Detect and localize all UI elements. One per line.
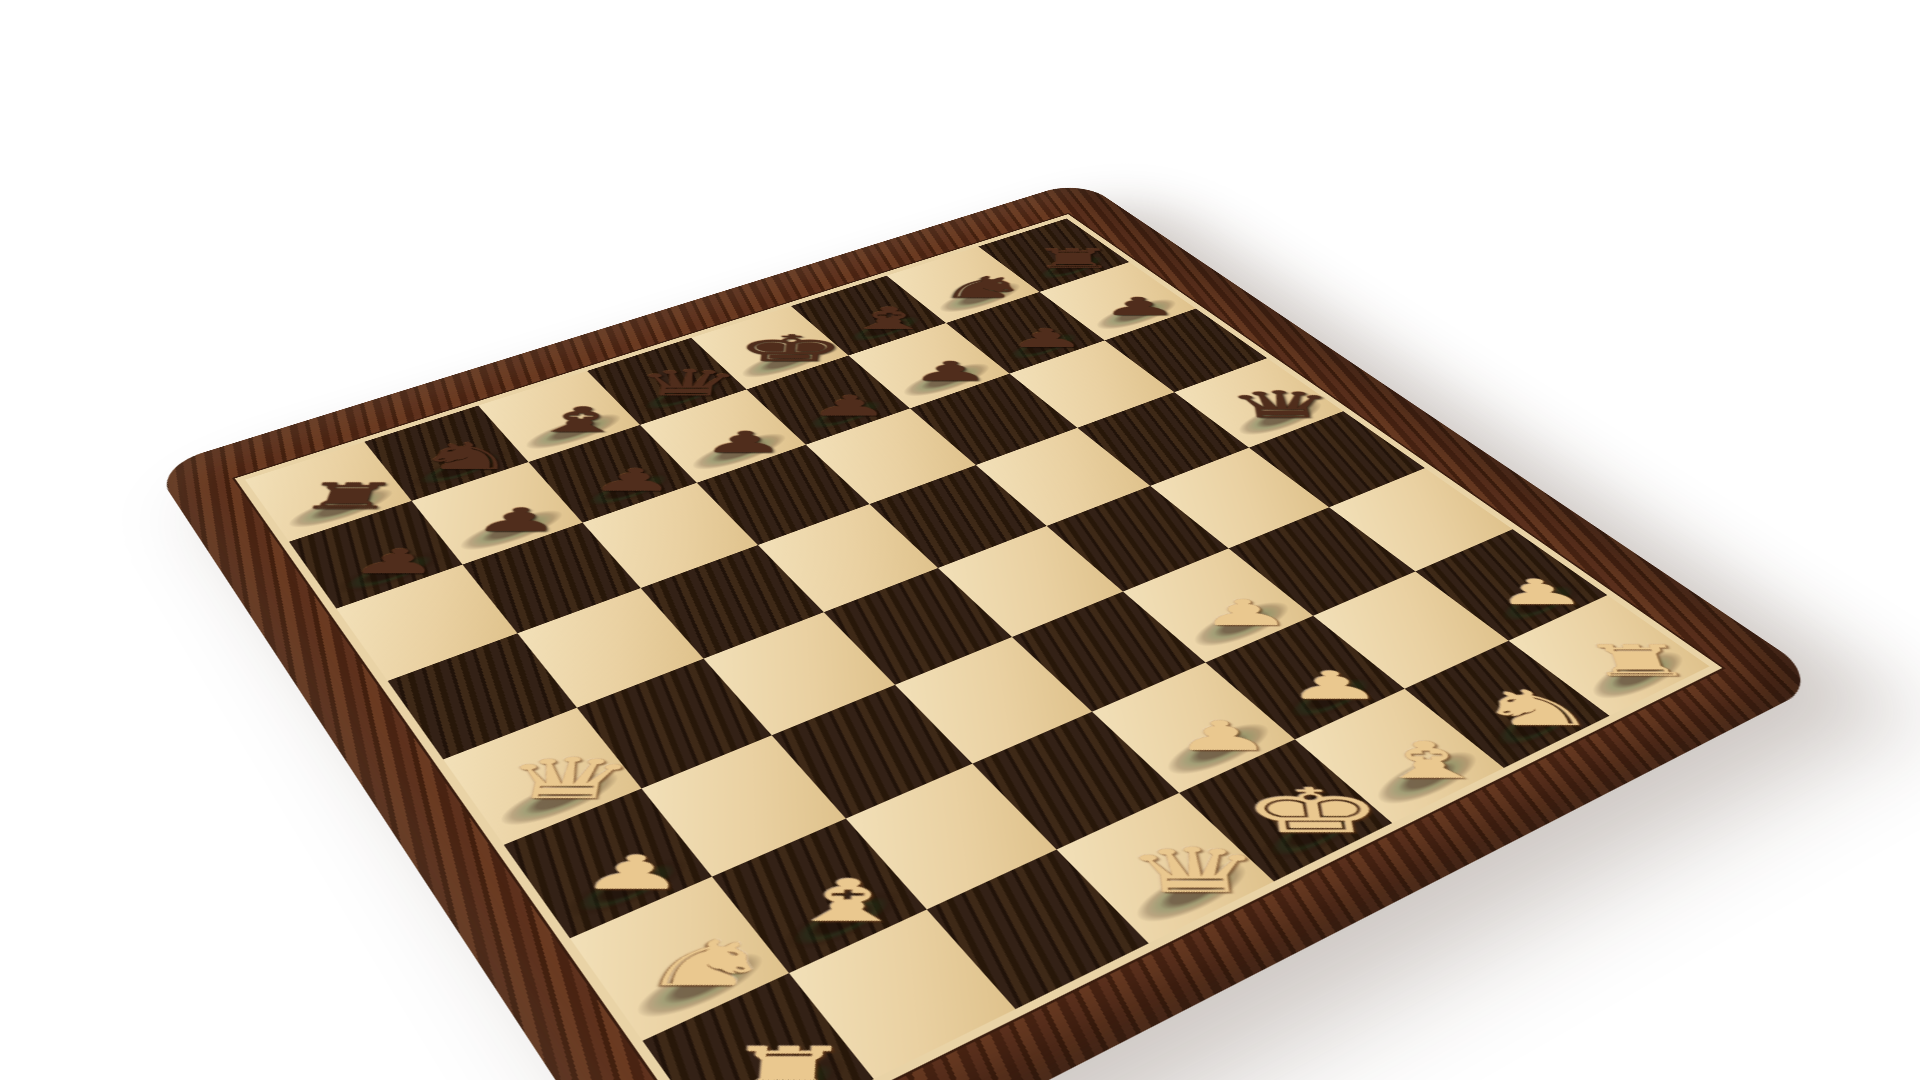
board-inlay-border: ♜♞♝♛♚♝♞♜♟♟♟♟♟♟♟♟♛♛♟♟♞♝♟♟♟♜♛♚♝♞♜	[235, 214, 1722, 1080]
square-b4[interactable]	[577, 659, 772, 789]
square-b3[interactable]	[642, 735, 846, 876]
piece-shadow	[1580, 644, 1695, 707]
white-bishop-f1[interactable]: ♝	[1362, 737, 1496, 784]
square-g1[interactable]: ♞	[1405, 641, 1610, 768]
square-e1[interactable]: ♚	[1179, 739, 1392, 881]
square-f2[interactable]: ♟	[1205, 616, 1404, 740]
board-frame: ♜♞♝♛♚♝♞♜♟♟♟♟♟♟♟♟♛♛♟♟♞♝♟♟♟♜♛♚♝♞♜	[153, 180, 1825, 1080]
black-pawn-a7[interactable]: ♟	[347, 547, 448, 578]
square-d2[interactable]	[972, 712, 1179, 850]
white-knight-a2[interactable]: ♞	[635, 935, 780, 993]
black-rook-h8[interactable]: ♜	[1031, 247, 1118, 271]
piece-shadow	[705, 1045, 857, 1080]
black-pawn-e7[interactable]: ♟	[808, 393, 892, 419]
square-c2[interactable]	[846, 764, 1057, 910]
square-b1[interactable]	[789, 909, 1015, 1079]
white-bishop-b2[interactable]: ♝	[780, 874, 914, 928]
square-d3[interactable]	[895, 637, 1092, 764]
white-pawn-h2[interactable]: ♟	[1488, 576, 1591, 608]
black-pawn-g7[interactable]: ♟	[1007, 327, 1087, 351]
square-b2[interactable]: ♝	[712, 819, 927, 974]
piece-shadow	[1271, 666, 1391, 731]
white-knight-g1[interactable]: ♞	[1468, 686, 1603, 731]
chess-board-grid: ♜♞♝♛♚♝♞♜♟♟♟♟♟♟♟♟♛♛♟♟♞♝♟♟♟♜♛♚♝♞♜	[245, 218, 1709, 1080]
square-a5[interactable]	[388, 633, 577, 759]
piece-shadow	[557, 849, 697, 928]
piece-shadow	[1125, 853, 1259, 932]
piece-shadow	[628, 942, 773, 1028]
square-f1[interactable]: ♝	[1295, 689, 1504, 823]
piece-shadow	[493, 763, 627, 835]
black-bishop-f8[interactable]: ♝	[841, 305, 937, 333]
black-pawn-c7[interactable]: ♟	[588, 466, 680, 494]
white-pawn-e2[interactable]: ♟	[1170, 718, 1275, 756]
square-e2[interactable]: ♟	[1092, 663, 1295, 793]
white-pawn-a3[interactable]: ♟	[577, 852, 691, 895]
black-pawn-d7[interactable]: ♟	[700, 429, 788, 456]
square-h1[interactable]: ♜	[1509, 595, 1710, 716]
white-king-e1[interactable]: ♚	[1237, 783, 1392, 840]
black-knight-g8[interactable]: ♞	[936, 274, 1031, 301]
square-c4[interactable]	[704, 612, 895, 735]
piece-shadow	[1482, 574, 1593, 632]
square-a1[interactable]: ♜	[643, 973, 874, 1080]
white-queen-d1[interactable]: ♛	[1121, 842, 1269, 899]
chess-board-3d: ♜♞♝♛♚♝♞♜♟♟♟♟♟♟♟♟♛♛♟♟♞♝♟♟♟♜♛♚♝♞♜	[153, 180, 1825, 1080]
white-pawn-f2[interactable]: ♟	[1282, 668, 1386, 704]
white-rook-a1[interactable]: ♜	[718, 1042, 856, 1080]
piece-shadow	[1249, 797, 1377, 872]
square-c1[interactable]	[927, 850, 1149, 1010]
white-rook-h1[interactable]: ♜	[1576, 641, 1700, 681]
white-queen-a4[interactable]: ♛	[494, 753, 640, 805]
piece-shadow	[1365, 743, 1489, 814]
white-pawn-f3[interactable]: ♟	[1196, 597, 1295, 630]
square-e3[interactable]	[1012, 592, 1206, 712]
square-d1[interactable]: ♛	[1057, 793, 1274, 943]
square-a6[interactable]	[336, 565, 517, 681]
piece-shadow	[1156, 715, 1280, 783]
piece-shadow	[1476, 692, 1595, 759]
square-d4[interactable]	[824, 568, 1012, 685]
square-b5[interactable]	[517, 588, 703, 708]
black-pawn-b7[interactable]: ♟	[470, 506, 566, 536]
black-pawn-h7[interactable]: ♟	[1100, 295, 1180, 318]
square-a3[interactable]: ♟	[504, 789, 712, 939]
square-a2[interactable]: ♞	[570, 877, 789, 1041]
photo-scene: ♜♞♝♛♚♝♞♜♟♟♟♟♟♟♟♟♛♛♟♟♞♝♟♟♟♜♛♚♝♞♜	[0, 0, 1920, 1080]
square-a4[interactable]: ♛	[443, 708, 641, 845]
black-queen-h5[interactable]: ♛	[1224, 388, 1340, 422]
square-g2[interactable]	[1313, 571, 1508, 688]
black-bishop-c8[interactable]: ♝	[526, 404, 634, 436]
piece-shadow	[1184, 594, 1300, 654]
black-pawn-f7[interactable]: ♟	[910, 359, 991, 384]
piece-shadow	[772, 881, 911, 962]
square-c3[interactable]	[772, 685, 973, 819]
